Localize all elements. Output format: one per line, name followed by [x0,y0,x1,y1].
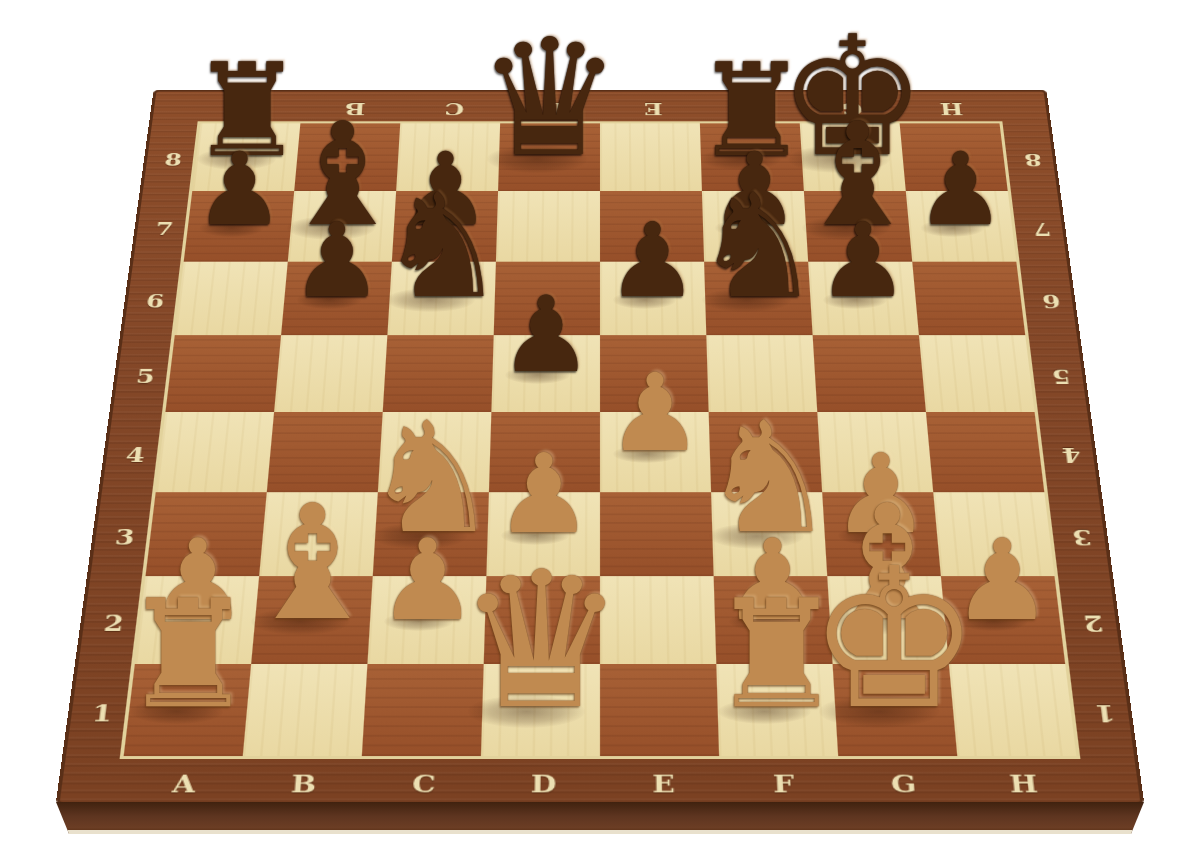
square-c2[interactable] [367,576,486,664]
square-f2[interactable] [714,576,833,664]
square-d8[interactable] [498,123,600,191]
square-b6[interactable] [281,262,392,336]
file-label-top-G: G [840,99,863,119]
square-e6[interactable] [600,262,706,336]
file-label-top-H: H [938,99,963,119]
square-b2[interactable] [251,576,373,664]
square-c6[interactable] [387,262,496,336]
square-g7[interactable] [804,191,912,262]
photo-stage: ABCDEFGHABCDEFGH8765432187654321 ♜♛♜♚♟♝♟… [0,0,1200,866]
square-g4[interactable] [817,412,933,492]
rank-label-right-8: 8 [1023,149,1043,169]
square-c4[interactable] [378,412,492,492]
square-g8[interactable] [800,123,906,191]
square-h7[interactable] [906,191,1016,262]
square-a7[interactable] [184,191,294,262]
square-f3[interactable] [711,492,827,576]
square-f8[interactable] [700,123,804,191]
square-a2[interactable] [135,576,259,664]
file-label-bottom-H: H [1008,769,1039,798]
square-g1[interactable] [833,664,958,756]
square-a6[interactable] [175,262,288,336]
square-c7[interactable] [392,191,498,262]
rank-label-right-7: 7 [1032,218,1052,239]
square-e8[interactable] [600,123,702,191]
square-e1[interactable] [600,664,719,756]
board-edge [56,802,1144,834]
square-d2[interactable] [484,576,600,664]
rank-label-right-1: 1 [1093,699,1117,727]
rank-label-left-3: 3 [114,524,137,549]
file-label-bottom-D: D [531,769,557,798]
square-e5[interactable] [600,335,709,412]
square-a8[interactable] [192,123,300,191]
square-d4[interactable] [489,412,600,492]
square-e4[interactable] [600,412,711,492]
square-g6[interactable] [808,262,919,336]
square-a3[interactable] [146,492,267,576]
square-f5[interactable] [706,335,817,412]
rank-label-right-5: 5 [1050,364,1072,387]
square-g5[interactable] [813,335,926,412]
square-b1[interactable] [243,664,368,756]
file-label-top-B: B [343,99,365,119]
file-label-bottom-F: F [772,769,794,798]
file-label-top-D: D [543,99,565,119]
square-c5[interactable] [383,335,494,412]
square-c1[interactable] [362,664,484,756]
rank-label-left-4: 4 [124,442,146,466]
square-b7[interactable] [288,191,396,262]
rank-label-left-1: 1 [90,699,114,727]
square-d1[interactable] [481,664,600,756]
square-f7[interactable] [702,191,808,262]
square-d6[interactable] [494,262,600,336]
file-label-top-F: F [743,99,761,119]
square-e3[interactable] [600,492,714,576]
square-g3[interactable] [822,492,941,576]
file-label-bottom-A: A [171,769,197,798]
square-a4[interactable] [156,412,274,492]
square-h1[interactable] [949,664,1076,756]
square-b3[interactable] [259,492,378,576]
square-f1[interactable] [716,664,838,756]
rank-label-right-3: 3 [1071,524,1094,549]
rank-label-left-6: 6 [145,289,166,311]
square-h3[interactable] [933,492,1054,576]
file-label-top-E: E [643,99,662,119]
file-label-bottom-E: E [652,769,675,798]
square-a1[interactable] [124,664,251,756]
square-d7[interactable] [496,191,600,262]
square-h6[interactable] [912,262,1025,336]
rank-label-right-4: 4 [1060,442,1082,466]
chess-board: ABCDEFGHABCDEFGH8765432187654321 [56,90,1145,806]
square-h5[interactable] [919,335,1035,412]
rank-label-left-7: 7 [154,218,174,239]
square-g2[interactable] [827,576,949,664]
square-e2[interactable] [600,576,716,664]
file-label-bottom-G: G [890,769,918,798]
rank-label-right-2: 2 [1082,609,1105,635]
file-label-top-C: C [444,99,464,119]
file-label-bottom-B: B [290,769,317,798]
rank-label-left-2: 2 [102,609,125,635]
square-e7[interactable] [600,191,704,262]
square-b8[interactable] [294,123,400,191]
square-h2[interactable] [941,576,1065,664]
rank-label-left-5: 5 [135,364,156,387]
square-h4[interactable] [926,412,1044,492]
board-grid [124,123,1077,756]
square-b5[interactable] [274,335,387,412]
square-h8[interactable] [900,123,1008,191]
square-f6[interactable] [704,262,813,336]
square-d5[interactable] [491,335,600,412]
square-c3[interactable] [373,492,489,576]
square-d3[interactable] [486,492,600,576]
square-a5[interactable] [165,335,281,412]
rank-label-left-8: 8 [163,149,183,169]
square-c8[interactable] [396,123,500,191]
rank-label-right-6: 6 [1041,289,1062,311]
square-f4[interactable] [709,412,823,492]
file-label-top-A: A [244,99,265,119]
file-label-bottom-C: C [411,769,436,798]
square-b4[interactable] [267,412,383,492]
